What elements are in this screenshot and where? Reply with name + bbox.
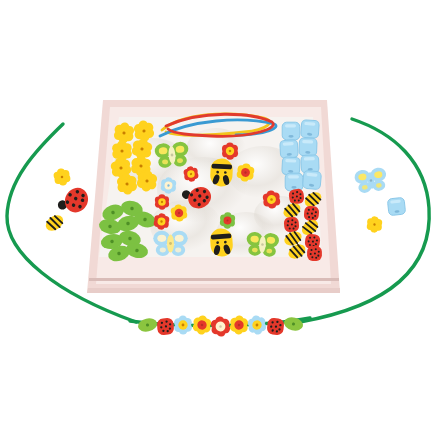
bead-butterfly — [152, 229, 189, 258]
bead-flower — [154, 194, 170, 210]
bead-butterfly — [352, 164, 389, 195]
bead-cube — [386, 196, 407, 217]
bead-bigbee — [206, 226, 235, 259]
bead-cube — [301, 169, 323, 191]
bead-bigbee — [207, 156, 236, 188]
bead-flower — [365, 215, 384, 234]
bead-flower — [261, 189, 282, 210]
bead-flower — [134, 168, 159, 193]
bead-flower — [234, 161, 256, 183]
bead-strawberry — [306, 245, 323, 262]
product-photo — [0, 0, 441, 441]
bead-butterfly — [244, 229, 281, 258]
bead-oval — [279, 308, 306, 340]
bead-flower — [159, 176, 177, 194]
beads — [0, 0, 441, 441]
bead-flower — [182, 165, 200, 183]
bead-flower — [169, 203, 189, 223]
